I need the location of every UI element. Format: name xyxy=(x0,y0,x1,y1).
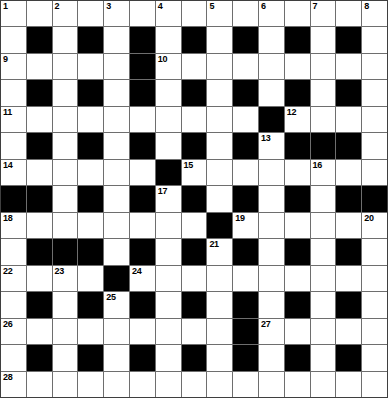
black-cell-r7c13 xyxy=(336,186,361,211)
black-cell-r12c9 xyxy=(233,319,258,344)
white-cell-r14c4[interactable] xyxy=(104,372,129,397)
clue-number-23: 23 xyxy=(55,267,64,276)
white-cell-r7c8[interactable] xyxy=(207,186,232,211)
white-cell-r10c0[interactable]: 22 xyxy=(1,266,26,291)
white-cell-r6c13[interactable] xyxy=(336,160,361,185)
white-cell-r1c6[interactable] xyxy=(156,27,181,52)
white-cell-r1c14[interactable] xyxy=(362,27,387,52)
clue-number-6: 6 xyxy=(261,2,266,11)
crossword-puzzle: 1234567891011121314151617181920212223242… xyxy=(0,0,388,398)
white-cell-r10c7[interactable] xyxy=(182,266,207,291)
white-cell-r9c12[interactable] xyxy=(311,239,336,264)
black-cell-r5c12 xyxy=(311,133,336,158)
white-cell-r7c10[interactable] xyxy=(259,186,284,211)
white-cell-r8c1[interactable] xyxy=(27,213,52,238)
white-cell-r4c2[interactable] xyxy=(53,107,78,132)
black-cell-r3c7 xyxy=(182,80,207,105)
white-cell-r11c6[interactable] xyxy=(156,292,181,317)
white-cell-r6c3[interactable] xyxy=(78,160,103,185)
clue-number-11: 11 xyxy=(3,108,12,117)
white-cell-r14c7[interactable] xyxy=(182,372,207,397)
white-cell-r0c8[interactable]: 5 xyxy=(207,1,232,26)
black-cell-r3c3 xyxy=(78,80,103,105)
black-cell-r7c7 xyxy=(182,186,207,211)
clue-number-9: 9 xyxy=(3,55,8,64)
black-cell-r11c3 xyxy=(78,292,103,317)
black-cell-r7c1 xyxy=(27,186,52,211)
white-cell-r6c2[interactable] xyxy=(53,160,78,185)
white-cell-r5c4[interactable] xyxy=(104,133,129,158)
white-cell-r9c8[interactable]: 21 xyxy=(207,239,232,264)
white-cell-r10c10[interactable] xyxy=(259,266,284,291)
crossword-board: 1234567891011121314151617181920212223242… xyxy=(0,0,388,398)
white-cell-r0c3[interactable] xyxy=(78,1,103,26)
white-cell-r0c4[interactable]: 3 xyxy=(104,1,129,26)
black-cell-r8c8 xyxy=(207,213,232,238)
white-cell-r0c2[interactable]: 2 xyxy=(53,1,78,26)
black-cell-r7c5 xyxy=(130,186,155,211)
black-cell-r13c7 xyxy=(182,345,207,370)
white-cell-r10c6[interactable] xyxy=(156,266,181,291)
clue-number-7: 7 xyxy=(313,2,318,11)
white-cell-r1c2[interactable] xyxy=(53,27,78,52)
white-cell-r0c13[interactable] xyxy=(336,1,361,26)
white-cell-r10c8[interactable] xyxy=(207,266,232,291)
clue-number-17: 17 xyxy=(158,187,167,196)
white-cell-r2c9[interactable] xyxy=(233,54,258,79)
white-cell-r14c5[interactable] xyxy=(130,372,155,397)
white-cell-r11c0[interactable] xyxy=(1,292,26,317)
clue-number-10: 10 xyxy=(158,55,167,64)
white-cell-r8c10[interactable] xyxy=(259,213,284,238)
black-cell-r9c1 xyxy=(27,239,52,264)
clue-number-20: 20 xyxy=(364,214,373,223)
white-cell-r0c1[interactable] xyxy=(27,1,52,26)
white-cell-r13c0[interactable] xyxy=(1,345,26,370)
white-cell-r4c8[interactable] xyxy=(207,107,232,132)
black-cell-r11c9 xyxy=(233,292,258,317)
white-cell-r14c2[interactable] xyxy=(53,372,78,397)
white-cell-r6c5[interactable] xyxy=(130,160,155,185)
black-cell-r3c5 xyxy=(130,80,155,105)
white-cell-r7c12[interactable] xyxy=(311,186,336,211)
clue-number-14: 14 xyxy=(3,161,12,170)
white-cell-r14c10[interactable] xyxy=(259,372,284,397)
white-cell-r0c0[interactable]: 1 xyxy=(1,1,26,26)
black-cell-r11c1 xyxy=(27,292,52,317)
white-cell-r8c11[interactable] xyxy=(285,213,310,238)
white-cell-r6c8[interactable] xyxy=(207,160,232,185)
white-cell-r4c1[interactable] xyxy=(27,107,52,132)
black-cell-r1c13 xyxy=(336,27,361,52)
white-cell-r8c12[interactable] xyxy=(311,213,336,238)
white-cell-r10c2[interactable]: 23 xyxy=(53,266,78,291)
white-cell-r0c10[interactable]: 6 xyxy=(259,1,284,26)
white-cell-r14c1[interactable] xyxy=(27,372,52,397)
white-cell-r2c12[interactable] xyxy=(311,54,336,79)
black-cell-r7c11 xyxy=(285,186,310,211)
white-cell-r8c5[interactable] xyxy=(130,213,155,238)
clue-number-21: 21 xyxy=(209,240,218,249)
black-cell-r5c7 xyxy=(182,133,207,158)
black-cell-r3c9 xyxy=(233,80,258,105)
white-cell-r10c1[interactable] xyxy=(27,266,52,291)
white-cell-r5c2[interactable] xyxy=(53,133,78,158)
white-cell-r4c4[interactable] xyxy=(104,107,129,132)
white-cell-r0c7[interactable] xyxy=(182,1,207,26)
white-cell-r4c14[interactable] xyxy=(362,107,387,132)
black-cell-r1c9 xyxy=(233,27,258,52)
white-cell-r9c4[interactable] xyxy=(104,239,129,264)
white-cell-r2c14[interactable] xyxy=(362,54,387,79)
black-cell-r9c5 xyxy=(130,239,155,264)
white-cell-r12c5[interactable] xyxy=(130,319,155,344)
white-cell-r5c6[interactable] xyxy=(156,133,181,158)
white-cell-r2c0[interactable]: 9 xyxy=(1,54,26,79)
white-cell-r6c7[interactable]: 15 xyxy=(182,160,207,185)
black-cell-r11c13 xyxy=(336,292,361,317)
black-cell-r4c10 xyxy=(259,107,284,132)
black-cell-r5c13 xyxy=(336,133,361,158)
white-cell-r8c0[interactable]: 18 xyxy=(1,213,26,238)
white-cell-r0c14[interactable]: 8 xyxy=(362,1,387,26)
white-cell-r3c8[interactable] xyxy=(207,80,232,105)
black-cell-r5c5 xyxy=(130,133,155,158)
white-cell-r1c12[interactable] xyxy=(311,27,336,52)
white-cell-r9c14[interactable] xyxy=(362,239,387,264)
clue-number-2: 2 xyxy=(55,2,60,11)
black-cell-r3c11 xyxy=(285,80,310,105)
white-cell-r10c9[interactable] xyxy=(233,266,258,291)
black-cell-r2c5 xyxy=(130,54,155,79)
white-cell-r2c2[interactable] xyxy=(53,54,78,79)
white-cell-r9c10[interactable] xyxy=(259,239,284,264)
white-cell-r8c2[interactable] xyxy=(53,213,78,238)
black-cell-r7c14 xyxy=(362,186,387,211)
clue-number-16: 16 xyxy=(313,161,322,170)
white-cell-r14c8[interactable] xyxy=(207,372,232,397)
clue-number-28: 28 xyxy=(3,373,12,382)
white-cell-r13c12[interactable] xyxy=(311,345,336,370)
white-cell-r6c11[interactable] xyxy=(285,160,310,185)
white-cell-r1c0[interactable] xyxy=(1,27,26,52)
black-cell-r5c1 xyxy=(27,133,52,158)
white-cell-r14c13[interactable] xyxy=(336,372,361,397)
white-cell-r9c0[interactable] xyxy=(1,239,26,264)
white-cell-r2c4[interactable] xyxy=(104,54,129,79)
white-cell-r13c10[interactable] xyxy=(259,345,284,370)
black-cell-r9c7 xyxy=(182,239,207,264)
clue-number-25: 25 xyxy=(106,293,115,302)
white-cell-r12c2[interactable] xyxy=(53,319,78,344)
white-cell-r0c6[interactable]: 4 xyxy=(156,1,181,26)
black-cell-r9c13 xyxy=(336,239,361,264)
white-cell-r11c10[interactable] xyxy=(259,292,284,317)
black-cell-r1c7 xyxy=(182,27,207,52)
white-cell-r7c6[interactable]: 17 xyxy=(156,186,181,211)
white-cell-r14c14[interactable] xyxy=(362,372,387,397)
white-cell-r4c11[interactable]: 12 xyxy=(285,107,310,132)
white-cell-r1c10[interactable] xyxy=(259,27,284,52)
white-cell-r13c6[interactable] xyxy=(156,345,181,370)
white-cell-r9c6[interactable] xyxy=(156,239,181,264)
white-cell-r14c12[interactable] xyxy=(311,372,336,397)
white-cell-r6c12[interactable]: 16 xyxy=(311,160,336,185)
black-cell-r1c5 xyxy=(130,27,155,52)
white-cell-r10c12[interactable] xyxy=(311,266,336,291)
white-cell-r6c9[interactable] xyxy=(233,160,258,185)
white-cell-r12c6[interactable] xyxy=(156,319,181,344)
black-cell-r13c11 xyxy=(285,345,310,370)
black-cell-r9c3 xyxy=(78,239,103,264)
white-cell-r6c4[interactable] xyxy=(104,160,129,185)
white-cell-r3c4[interactable] xyxy=(104,80,129,105)
black-cell-r1c11 xyxy=(285,27,310,52)
black-cell-r11c5 xyxy=(130,292,155,317)
black-cell-r11c7 xyxy=(182,292,207,317)
white-cell-r3c6[interactable] xyxy=(156,80,181,105)
white-cell-r11c14[interactable] xyxy=(362,292,387,317)
clue-number-5: 5 xyxy=(209,2,214,11)
white-cell-r0c9[interactable] xyxy=(233,1,258,26)
clue-number-3: 3 xyxy=(106,2,111,11)
white-cell-r8c9[interactable]: 19 xyxy=(233,213,258,238)
white-cell-r11c12[interactable] xyxy=(311,292,336,317)
white-cell-r2c11[interactable] xyxy=(285,54,310,79)
white-cell-r4c12[interactable] xyxy=(311,107,336,132)
white-cell-r12c12[interactable] xyxy=(311,319,336,344)
white-cell-r12c3[interactable] xyxy=(78,319,103,344)
clue-number-27: 27 xyxy=(261,320,270,329)
white-cell-r12c7[interactable] xyxy=(182,319,207,344)
white-cell-r4c3[interactable] xyxy=(78,107,103,132)
black-cell-r7c3 xyxy=(78,186,103,211)
black-cell-r1c1 xyxy=(27,27,52,52)
black-cell-r5c11 xyxy=(285,133,310,158)
white-cell-r12c10[interactable]: 27 xyxy=(259,319,284,344)
black-cell-r11c11 xyxy=(285,292,310,317)
white-cell-r2c1[interactable] xyxy=(27,54,52,79)
white-cell-r10c5[interactable]: 24 xyxy=(130,266,155,291)
white-cell-r12c11[interactable] xyxy=(285,319,310,344)
clue-number-22: 22 xyxy=(3,267,12,276)
white-cell-r6c14[interactable] xyxy=(362,160,387,185)
white-cell-r4c9[interactable] xyxy=(233,107,258,132)
white-cell-r2c8[interactable] xyxy=(207,54,232,79)
white-cell-r6c1[interactable] xyxy=(27,160,52,185)
white-cell-r6c0[interactable]: 14 xyxy=(1,160,26,185)
white-cell-r8c7[interactable] xyxy=(182,213,207,238)
white-cell-r12c13[interactable] xyxy=(336,319,361,344)
white-cell-r2c6[interactable]: 10 xyxy=(156,54,181,79)
clue-number-8: 8 xyxy=(364,2,369,11)
black-cell-r13c1 xyxy=(27,345,52,370)
white-cell-r4c6[interactable] xyxy=(156,107,181,132)
white-cell-r12c1[interactable] xyxy=(27,319,52,344)
white-cell-r2c7[interactable] xyxy=(182,54,207,79)
white-cell-r11c2[interactable] xyxy=(53,292,78,317)
clue-number-1: 1 xyxy=(3,2,8,11)
black-cell-r9c2 xyxy=(53,239,78,264)
black-cell-r13c3 xyxy=(78,345,103,370)
white-cell-r8c14[interactable]: 20 xyxy=(362,213,387,238)
white-cell-r5c0[interactable] xyxy=(1,133,26,158)
white-cell-r14c3[interactable] xyxy=(78,372,103,397)
white-cell-r7c2[interactable] xyxy=(53,186,78,211)
clue-number-15: 15 xyxy=(184,161,193,170)
white-cell-r12c14[interactable] xyxy=(362,319,387,344)
white-cell-r14c0[interactable]: 28 xyxy=(1,372,26,397)
white-cell-r14c9[interactable] xyxy=(233,372,258,397)
white-cell-r3c14[interactable] xyxy=(362,80,387,105)
black-cell-r13c5 xyxy=(130,345,155,370)
white-cell-r2c13[interactable] xyxy=(336,54,361,79)
white-cell-r8c3[interactable] xyxy=(78,213,103,238)
white-cell-r8c4[interactable] xyxy=(104,213,129,238)
white-cell-r4c5[interactable] xyxy=(130,107,155,132)
white-cell-r3c0[interactable] xyxy=(1,80,26,105)
white-cell-r7c4[interactable] xyxy=(104,186,129,211)
black-cell-r13c9 xyxy=(233,345,258,370)
black-cell-r3c1 xyxy=(27,80,52,105)
white-cell-r2c10[interactable] xyxy=(259,54,284,79)
black-cell-r7c9 xyxy=(233,186,258,211)
white-cell-r8c6[interactable] xyxy=(156,213,181,238)
black-cell-r9c9 xyxy=(233,239,258,264)
white-cell-r12c4[interactable] xyxy=(104,319,129,344)
white-cell-r1c4[interactable] xyxy=(104,27,129,52)
clue-number-13: 13 xyxy=(261,134,270,143)
white-cell-r5c10[interactable]: 13 xyxy=(259,133,284,158)
white-cell-r5c8[interactable] xyxy=(207,133,232,158)
white-cell-r4c7[interactable] xyxy=(182,107,207,132)
white-cell-r8c13[interactable] xyxy=(336,213,361,238)
white-cell-r13c2[interactable] xyxy=(53,345,78,370)
white-cell-r14c6[interactable] xyxy=(156,372,181,397)
white-cell-r11c8[interactable] xyxy=(207,292,232,317)
white-cell-r12c0[interactable]: 26 xyxy=(1,319,26,344)
clue-number-24: 24 xyxy=(132,267,141,276)
white-cell-r13c14[interactable] xyxy=(362,345,387,370)
black-cell-r5c9 xyxy=(233,133,258,158)
black-cell-r5c3 xyxy=(78,133,103,158)
white-cell-r13c4[interactable] xyxy=(104,345,129,370)
white-cell-r10c14[interactable] xyxy=(362,266,387,291)
white-cell-r0c5[interactable] xyxy=(130,1,155,26)
white-cell-r3c12[interactable] xyxy=(311,80,336,105)
white-cell-r3c2[interactable] xyxy=(53,80,78,105)
clue-number-19: 19 xyxy=(235,214,244,223)
black-cell-r13c13 xyxy=(336,345,361,370)
black-cell-r1c3 xyxy=(78,27,103,52)
clue-number-12: 12 xyxy=(287,108,296,117)
white-cell-r10c13[interactable] xyxy=(336,266,361,291)
white-cell-r0c11[interactable] xyxy=(285,1,310,26)
white-cell-r13c8[interactable] xyxy=(207,345,232,370)
white-cell-r3c10[interactable] xyxy=(259,80,284,105)
clue-number-4: 4 xyxy=(158,2,163,11)
white-cell-r4c0[interactable]: 11 xyxy=(1,107,26,132)
black-cell-r6c6 xyxy=(156,160,181,185)
white-cell-r5c14[interactable] xyxy=(362,133,387,158)
black-cell-r3c13 xyxy=(336,80,361,105)
white-cell-r1c8[interactable] xyxy=(207,27,232,52)
white-cell-r14c11[interactable] xyxy=(285,372,310,397)
white-cell-r0c12[interactable]: 7 xyxy=(311,1,336,26)
black-cell-r7c0 xyxy=(1,186,26,211)
black-cell-r9c11 xyxy=(285,239,310,264)
white-cell-r6c10[interactable] xyxy=(259,160,284,185)
clue-number-26: 26 xyxy=(3,320,12,329)
white-cell-r4c13[interactable] xyxy=(336,107,361,132)
white-cell-r12c8[interactable] xyxy=(207,319,232,344)
white-cell-r11c4[interactable]: 25 xyxy=(104,292,129,317)
clue-number-18: 18 xyxy=(3,214,12,223)
white-cell-r10c11[interactable] xyxy=(285,266,310,291)
white-cell-r2c3[interactable] xyxy=(78,54,103,79)
black-cell-r10c4 xyxy=(104,266,129,291)
white-cell-r10c3[interactable] xyxy=(78,266,103,291)
